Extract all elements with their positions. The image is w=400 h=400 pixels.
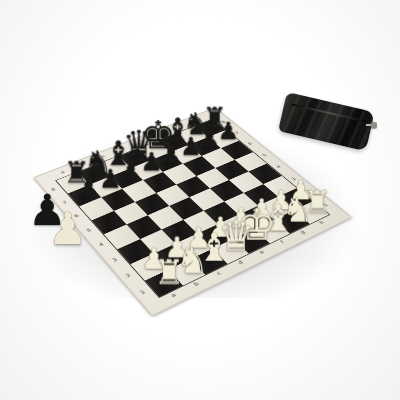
display-piece-white-pawn: ♟: [48, 207, 87, 251]
piece-black-pawn: ♟: [160, 141, 182, 166]
piece-black-pawn: ♟: [119, 157, 142, 182]
piece-black-pawn: ♟: [217, 119, 239, 143]
piece-black-pawn: ♟: [179, 134, 201, 159]
product-photo: abcdefgh abcdefgh 87654321 87654321 ♜♞♝♛…: [0, 0, 400, 400]
bag-drawstring-toggle-icon: [371, 122, 377, 128]
piece-black-pawn: ♟: [77, 174, 100, 200]
piece-black-pawn: ♟: [140, 149, 163, 174]
piece-black-pawn: ♟: [98, 166, 121, 192]
piece-white-rook: ♜: [154, 255, 184, 289]
